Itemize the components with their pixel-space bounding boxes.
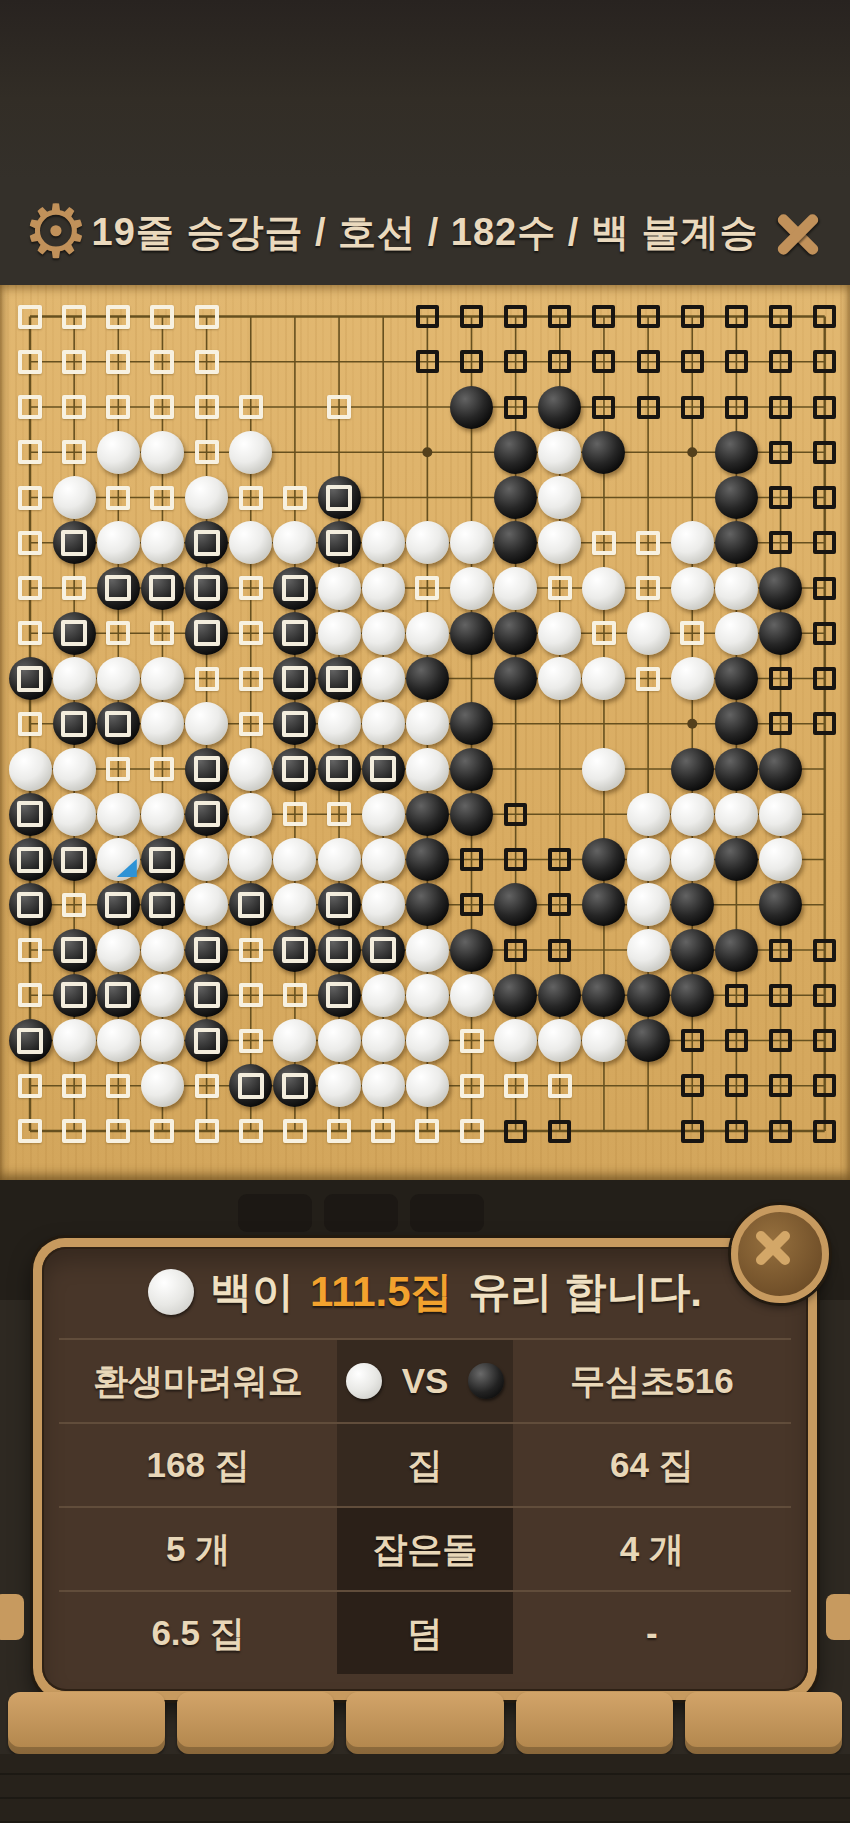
white-stone[interactable] xyxy=(759,838,802,881)
white-territory-marker xyxy=(106,1074,130,1098)
white-stone[interactable] xyxy=(318,838,361,881)
black-stone[interactable] xyxy=(406,793,449,836)
white-stone[interactable] xyxy=(229,793,272,836)
go-board[interactable] xyxy=(0,285,850,1180)
black-territory-marker xyxy=(592,350,615,373)
dead-stone-marker xyxy=(282,1073,308,1099)
black-stone[interactable] xyxy=(582,974,625,1017)
white-stone[interactable] xyxy=(97,793,140,836)
black-territory-marker xyxy=(813,531,836,554)
black-territory-marker xyxy=(548,939,571,962)
black-territory-marker xyxy=(637,396,660,419)
white-territory-marker xyxy=(150,486,174,510)
white-territory-marker xyxy=(283,486,307,510)
black-territory-marker xyxy=(416,305,439,328)
black-stone[interactable] xyxy=(494,612,537,655)
black-territory-marker xyxy=(504,1120,527,1143)
dead-black-stone[interactable] xyxy=(97,567,140,610)
dead-black-stone[interactable] xyxy=(273,612,316,655)
dead-black-stone[interactable] xyxy=(53,929,96,972)
bottom-tab[interactable] xyxy=(516,1692,673,1754)
black-territory-marker xyxy=(504,305,527,328)
dead-stone-marker xyxy=(194,756,220,782)
dead-black-stone[interactable] xyxy=(141,883,184,926)
white-stone[interactable] xyxy=(582,657,625,700)
white-territory-marker xyxy=(592,621,616,645)
white-stone[interactable] xyxy=(406,702,449,745)
black-stone[interactable] xyxy=(450,386,493,429)
white-stone[interactable] xyxy=(362,838,405,881)
white-stone[interactable] xyxy=(141,431,184,474)
dead-black-stone[interactable] xyxy=(273,702,316,745)
dead-black-stone[interactable] xyxy=(362,929,405,972)
black-stone[interactable] xyxy=(494,974,537,1017)
white-stone[interactable] xyxy=(538,476,581,519)
dead-black-stone[interactable] xyxy=(185,1019,228,1062)
bottom-tab[interactable] xyxy=(8,1692,165,1754)
black-territory-marker xyxy=(681,1029,704,1052)
white-territory-marker xyxy=(150,305,174,329)
dead-black-stone[interactable] xyxy=(9,838,52,881)
settings-gear-icon[interactable]: ⚙ xyxy=(18,194,94,270)
black-stone[interactable] xyxy=(494,476,537,519)
black-stone[interactable] xyxy=(759,567,802,610)
white-territory-marker xyxy=(239,712,263,736)
black-stone[interactable] xyxy=(450,748,493,791)
white-captures-value: 5 개 xyxy=(59,1508,337,1590)
dead-stone-marker xyxy=(149,892,175,918)
white-territory-marker xyxy=(636,531,660,555)
dead-stone-marker xyxy=(326,530,352,556)
bottom-tab[interactable] xyxy=(685,1692,842,1754)
dead-stone-marker xyxy=(282,620,308,646)
dead-stone-marker xyxy=(194,801,220,827)
white-stone[interactable] xyxy=(715,793,758,836)
white-stone[interactable] xyxy=(229,431,272,474)
white-stone[interactable] xyxy=(273,883,316,926)
dead-stone-marker xyxy=(326,937,352,963)
black-territory-marker xyxy=(769,1074,792,1097)
dead-black-stone[interactable] xyxy=(318,883,361,926)
dead-black-stone[interactable] xyxy=(273,1064,316,1107)
black-territory-marker xyxy=(813,939,836,962)
white-territory-marker xyxy=(62,1074,86,1098)
black-stone[interactable] xyxy=(627,1019,670,1062)
black-stone[interactable] xyxy=(406,838,449,881)
dead-black-stone[interactable] xyxy=(185,567,228,610)
dead-black-stone[interactable] xyxy=(9,883,52,926)
white-stone[interactable] xyxy=(141,1064,184,1107)
white-stone[interactable] xyxy=(362,567,405,610)
black-stone[interactable] xyxy=(759,612,802,655)
black-stone[interactable] xyxy=(582,838,625,881)
white-stone[interactable] xyxy=(450,567,493,610)
dead-black-stone[interactable] xyxy=(141,567,184,610)
white-stone[interactable] xyxy=(318,612,361,655)
black-territory-marker xyxy=(769,1029,792,1052)
black-territory-marker xyxy=(813,1120,836,1143)
dead-black-stone[interactable] xyxy=(97,883,140,926)
white-territory-marker xyxy=(150,1119,174,1143)
bottom-tab[interactable] xyxy=(346,1692,503,1754)
black-territory-marker xyxy=(725,984,748,1007)
dead-black-stone[interactable] xyxy=(362,748,405,791)
white-stone[interactable] xyxy=(97,1019,140,1062)
white-stone[interactable] xyxy=(715,567,758,610)
white-stone[interactable] xyxy=(538,431,581,474)
dead-stone-marker xyxy=(194,620,220,646)
white-stone[interactable] xyxy=(627,883,670,926)
white-stone[interactable] xyxy=(318,1064,361,1107)
dead-black-stone[interactable] xyxy=(318,929,361,972)
white-stone[interactable] xyxy=(671,567,714,610)
white-stone[interactable] xyxy=(273,1019,316,1062)
dead-black-stone[interactable] xyxy=(273,567,316,610)
bottom-tab-row xyxy=(8,1692,842,1754)
white-stone[interactable] xyxy=(273,521,316,564)
black-territory-marker xyxy=(416,350,439,373)
white-stone[interactable] xyxy=(97,929,140,972)
black-stone[interactable] xyxy=(671,883,714,926)
white-stone[interactable] xyxy=(450,521,493,564)
white-territory-marker xyxy=(548,576,572,600)
dead-stone-marker xyxy=(238,1073,264,1099)
black-territory-marker xyxy=(548,848,571,871)
white-stone[interactable] xyxy=(141,702,184,745)
dead-black-stone[interactable] xyxy=(185,929,228,972)
white-stone[interactable] xyxy=(582,567,625,610)
black-territory-marker xyxy=(681,1074,704,1097)
black-stone[interactable] xyxy=(494,657,537,700)
white-stone[interactable] xyxy=(406,748,449,791)
black-territory-marker xyxy=(769,1120,792,1143)
white-territory-marker xyxy=(106,1119,130,1143)
dead-black-stone[interactable] xyxy=(273,748,316,791)
white-stone[interactable] xyxy=(53,793,96,836)
white-stone[interactable] xyxy=(406,521,449,564)
dead-stone-marker xyxy=(194,575,220,601)
white-territory-marker xyxy=(195,1074,219,1098)
black-stone[interactable] xyxy=(715,838,758,881)
black-territory-marker xyxy=(813,441,836,464)
black-stone[interactable] xyxy=(494,883,537,926)
dead-stone-marker xyxy=(282,937,308,963)
white-stone[interactable] xyxy=(185,702,228,745)
white-stone[interactable] xyxy=(362,1064,405,1107)
white-stone[interactable] xyxy=(53,1019,96,1062)
dead-stone-marker xyxy=(61,530,87,556)
black-stone[interactable] xyxy=(671,974,714,1017)
white-stone[interactable] xyxy=(627,793,670,836)
side-button-left[interactable] xyxy=(0,1594,24,1640)
black-stone[interactable] xyxy=(759,748,802,791)
white-stone[interactable] xyxy=(9,748,52,791)
black-territory-marker xyxy=(769,441,792,464)
white-stone[interactable] xyxy=(538,521,581,564)
dead-black-stone[interactable] xyxy=(97,974,140,1017)
white-territory-marker xyxy=(18,938,42,962)
white-stone-icon xyxy=(148,1269,194,1315)
white-territory-marker xyxy=(18,1119,42,1143)
white-stone[interactable] xyxy=(97,657,140,700)
dead-black-stone[interactable] xyxy=(97,702,140,745)
white-territory-marker xyxy=(504,1074,528,1098)
white-territory-marker xyxy=(239,1029,263,1053)
black-territory-marker xyxy=(769,396,792,419)
dead-stone-marker xyxy=(17,666,43,692)
white-territory-marker xyxy=(18,305,42,329)
black-stone[interactable] xyxy=(406,657,449,700)
komi-label: 덤 xyxy=(337,1592,513,1674)
white-territory-marker xyxy=(18,983,42,1007)
white-stone[interactable] xyxy=(53,657,96,700)
side-button-right[interactable] xyxy=(826,1594,850,1640)
black-territory-marker xyxy=(504,350,527,373)
result-panel: 백이 111.5집 유리 합니다. 환생마려워요 VS 무심초516 168 집… xyxy=(33,1238,817,1700)
white-stone[interactable] xyxy=(362,1019,405,1062)
black-stone[interactable] xyxy=(538,974,581,1017)
black-stone[interactable] xyxy=(715,929,758,972)
white-stone[interactable] xyxy=(538,657,581,700)
dead-black-stone[interactable] xyxy=(185,612,228,655)
black-stone[interactable] xyxy=(715,476,758,519)
black-territory-marker xyxy=(504,848,527,871)
black-territory-marker xyxy=(592,396,615,419)
dead-black-stone[interactable] xyxy=(185,974,228,1017)
white-stone[interactable] xyxy=(582,748,625,791)
black-stone[interactable] xyxy=(715,657,758,700)
dead-black-stone[interactable] xyxy=(185,748,228,791)
white-stone[interactable] xyxy=(627,838,670,881)
white-stone[interactable] xyxy=(362,612,405,655)
white-stone[interactable] xyxy=(671,838,714,881)
white-stone[interactable] xyxy=(450,974,493,1017)
black-stone[interactable] xyxy=(494,431,537,474)
white-stone[interactable] xyxy=(141,1019,184,1062)
white-stone[interactable] xyxy=(97,431,140,474)
dead-black-stone[interactable] xyxy=(53,612,96,655)
white-stone[interactable] xyxy=(759,793,802,836)
black-stone[interactable] xyxy=(671,929,714,972)
dead-black-stone[interactable] xyxy=(9,657,52,700)
dead-stone-marker xyxy=(105,892,131,918)
tray-slot xyxy=(324,1194,398,1232)
dead-black-stone[interactable] xyxy=(53,702,96,745)
white-stone[interactable] xyxy=(318,567,361,610)
black-territory-marker xyxy=(769,350,792,373)
tray-slot xyxy=(410,1194,484,1232)
white-stone[interactable] xyxy=(97,521,140,564)
white-stone[interactable] xyxy=(362,657,405,700)
dead-black-stone[interactable] xyxy=(141,838,184,881)
white-stone[interactable] xyxy=(185,883,228,926)
dead-stone-marker xyxy=(282,711,308,737)
dead-black-stone[interactable] xyxy=(273,657,316,700)
black-territory-marker xyxy=(769,305,792,328)
white-stone[interactable] xyxy=(141,793,184,836)
dead-black-stone[interactable] xyxy=(229,883,272,926)
white-stone[interactable] xyxy=(627,612,670,655)
white-territory-marker xyxy=(327,1119,351,1143)
dead-stone-marker xyxy=(61,847,87,873)
go-app-screen: ⚙ 19줄 승강급 / 호선 / 182수 / 백 불계승 백이 111.5집 … xyxy=(0,0,850,1823)
dead-black-stone[interactable] xyxy=(9,793,52,836)
white-stone[interactable] xyxy=(185,838,228,881)
white-stone[interactable] xyxy=(406,1019,449,1062)
white-stone[interactable] xyxy=(627,929,670,972)
black-territory-marker xyxy=(460,305,483,328)
black-territory-marker xyxy=(592,305,615,328)
black-territory-marker xyxy=(813,1029,836,1052)
dead-stone-marker xyxy=(149,575,175,601)
black-territory-marker xyxy=(548,350,571,373)
white-stone-last-move[interactable] xyxy=(97,838,140,881)
black-stone[interactable] xyxy=(671,748,714,791)
bottom-tab[interactable] xyxy=(177,1692,334,1754)
white-stone[interactable] xyxy=(318,702,361,745)
black-stone[interactable] xyxy=(538,386,581,429)
black-territory-marker xyxy=(460,350,483,373)
white-territory-marker xyxy=(548,1074,572,1098)
white-stone[interactable] xyxy=(141,929,184,972)
white-stone[interactable] xyxy=(406,1064,449,1107)
dead-black-stone[interactable] xyxy=(318,476,361,519)
white-stone[interactable] xyxy=(362,702,405,745)
result-headline: 백이 111.5집 유리 합니다. xyxy=(33,1264,817,1320)
black-stone[interactable] xyxy=(450,612,493,655)
dead-black-stone[interactable] xyxy=(53,974,96,1017)
white-stone[interactable] xyxy=(141,657,184,700)
dead-stone-marker xyxy=(105,982,131,1008)
dead-black-stone[interactable] xyxy=(273,929,316,972)
white-stone[interactable] xyxy=(362,793,405,836)
white-stone[interactable] xyxy=(273,838,316,881)
white-stone[interactable] xyxy=(318,1019,361,1062)
black-stone[interactable] xyxy=(582,883,625,926)
white-territory-marker xyxy=(592,531,616,555)
white-stone[interactable] xyxy=(406,929,449,972)
white-stone[interactable] xyxy=(53,476,96,519)
white-territory-marker xyxy=(415,576,439,600)
white-stone[interactable] xyxy=(185,476,228,519)
white-territory-marker xyxy=(195,1119,219,1143)
black-stone[interactable] xyxy=(450,929,493,972)
black-stone[interactable] xyxy=(715,431,758,474)
white-stone[interactable] xyxy=(715,612,758,655)
dead-stone-marker xyxy=(61,937,87,963)
white-stone[interactable] xyxy=(671,657,714,700)
white-stone[interactable] xyxy=(671,521,714,564)
stones-layer xyxy=(0,285,850,1180)
white-territory-marker xyxy=(195,440,219,464)
white-stone[interactable] xyxy=(406,612,449,655)
white-stone[interactable] xyxy=(362,521,405,564)
dead-stone-marker xyxy=(370,756,396,782)
territory-label: 집 xyxy=(337,1424,513,1506)
white-stone[interactable] xyxy=(406,974,449,1017)
black-territory-marker xyxy=(769,531,792,554)
dead-stone-marker xyxy=(149,847,175,873)
dead-black-stone[interactable] xyxy=(318,657,361,700)
dead-black-stone[interactable] xyxy=(185,793,228,836)
white-territory-marker xyxy=(680,621,704,645)
black-territory-marker xyxy=(637,305,660,328)
white-stone[interactable] xyxy=(494,567,537,610)
white-stone[interactable] xyxy=(538,1019,581,1062)
white-territory-marker xyxy=(18,576,42,600)
dead-stone-marker xyxy=(17,847,43,873)
dead-stone-marker xyxy=(105,575,131,601)
dead-stone-marker xyxy=(326,892,352,918)
black-stone[interactable] xyxy=(494,521,537,564)
dead-black-stone[interactable] xyxy=(318,748,361,791)
black-stone[interactable] xyxy=(627,974,670,1017)
table-row-captures: 5 개 잡은돌 4 개 xyxy=(59,1506,791,1590)
dead-black-stone[interactable] xyxy=(53,838,96,881)
black-territory-marker xyxy=(725,350,748,373)
white-stone[interactable] xyxy=(671,793,714,836)
black-territory-marker xyxy=(813,712,836,735)
black-stone[interactable] xyxy=(715,702,758,745)
dead-stone-marker xyxy=(194,1028,220,1054)
dead-stone-marker xyxy=(194,937,220,963)
dead-black-stone[interactable] xyxy=(9,1019,52,1062)
white-stone[interactable] xyxy=(362,974,405,1017)
black-player-name: 무심초516 xyxy=(513,1340,791,1422)
vs-label: VS xyxy=(402,1361,449,1401)
black-stone[interactable] xyxy=(450,793,493,836)
black-stone[interactable] xyxy=(759,883,802,926)
score-table: 환생마려워요 VS 무심초516 168 집 집 64 집 5 개 잡은돌 4 … xyxy=(59,1338,791,1674)
white-territory-value: 168 집 xyxy=(59,1424,337,1506)
top-background xyxy=(0,0,850,180)
captures-label: 잡은돌 xyxy=(337,1508,513,1590)
white-stone[interactable] xyxy=(141,974,184,1017)
white-stone[interactable] xyxy=(141,521,184,564)
dead-black-stone[interactable] xyxy=(229,1064,272,1107)
black-territory-marker xyxy=(681,350,704,373)
black-territory-marker xyxy=(504,803,527,826)
black-stone[interactable] xyxy=(582,431,625,474)
black-territory-marker xyxy=(813,396,836,419)
black-stone[interactable] xyxy=(715,521,758,564)
white-stone[interactable] xyxy=(582,1019,625,1062)
black-stone[interactable] xyxy=(715,748,758,791)
header-bar: ⚙ 19줄 승강급 / 호선 / 182수 / 백 불계승 xyxy=(0,180,850,285)
white-stone[interactable] xyxy=(229,748,272,791)
header-close-icon[interactable] xyxy=(770,206,826,262)
black-stone[interactable] xyxy=(450,702,493,745)
dead-black-stone[interactable] xyxy=(318,974,361,1017)
white-territory-marker xyxy=(636,576,660,600)
white-territory-marker xyxy=(62,440,86,464)
dead-stone-marker xyxy=(17,892,43,918)
white-stone[interactable] xyxy=(494,1019,537,1062)
white-stone[interactable] xyxy=(538,612,581,655)
dead-black-stone[interactable] xyxy=(53,521,96,564)
white-stone[interactable] xyxy=(53,748,96,791)
white-stone[interactable] xyxy=(229,521,272,564)
black-territory-marker xyxy=(548,305,571,328)
black-stone[interactable] xyxy=(406,883,449,926)
dead-stone-marker xyxy=(282,756,308,782)
white-territory-marker xyxy=(62,893,86,917)
white-stone[interactable] xyxy=(362,883,405,926)
dead-black-stone[interactable] xyxy=(318,521,361,564)
dead-stone-marker xyxy=(194,530,220,556)
dead-black-stone[interactable] xyxy=(185,521,228,564)
white-stone[interactable] xyxy=(229,838,272,881)
